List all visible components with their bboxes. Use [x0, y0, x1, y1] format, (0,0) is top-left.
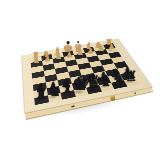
- black-rook: ♜: [125, 69, 138, 83]
- white-pawn: ♟: [33, 57, 40, 65]
- black-rook: ♜: [35, 87, 48, 101]
- white-pawn: ♟: [77, 49, 84, 57]
- white-pawn: ♟: [98, 45, 105, 53]
- black-knight: ♞: [112, 71, 126, 86]
- white-pawn: ♟: [44, 55, 51, 63]
- black-knight: ♞: [48, 84, 62, 99]
- pieces-layer: ♜♞♝♚♛♝♞♜♟♟♟♟♟♟♟♟♟♟♟♟♟♟♟♟♜♞♝♚♛♝♞♜: [0, 0, 165, 165]
- white-pawn: ♟: [55, 53, 62, 61]
- white-pawn: ♟: [87, 47, 94, 55]
- white-pawn: ♟: [66, 51, 73, 59]
- chess-set-photo: ♜♞♝♚♛♝♞♜♟♟♟♟♟♟♟♟♟♟♟♟♟♟♟♟♜♞♝♚♛♝♞♜: [0, 0, 165, 165]
- finial-icon: [66, 41, 69, 44]
- white-pawn: ♟: [108, 44, 115, 52]
- finial-icon: [77, 41, 80, 44]
